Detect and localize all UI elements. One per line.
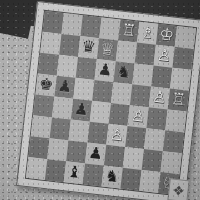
square-d4[interactable] [90,101,111,124]
square-g2[interactable] [142,149,163,172]
square-g5[interactable]: ♙ [149,86,170,109]
piece-white-pawn[interactable]: ♙ [130,107,146,125]
chess-board[interactable]: ♖♗♔♛♕♙♟♞♚♟♙♖♟♙♙♟♝♞♘ ❖ [16,1,200,200]
square-g1[interactable] [139,170,160,193]
square-e5[interactable] [111,82,132,105]
square-a5[interactable]: ♚ [35,74,56,97]
piece-white-queen[interactable]: ♕ [100,40,116,58]
piece-white-pawn[interactable]: ♙ [151,88,167,106]
square-a1[interactable] [26,157,47,180]
square-h3[interactable] [163,130,184,153]
square-e8[interactable]: ♖ [118,20,139,43]
square-a7[interactable] [40,32,61,55]
square-d6[interactable]: ♟ [94,59,115,82]
square-g6[interactable] [151,66,172,89]
square-d1[interactable] [83,163,104,186]
square-a6[interactable] [38,53,59,76]
square-g4[interactable] [146,107,167,130]
square-e4[interactable] [109,103,130,126]
square-c6[interactable] [76,57,97,80]
board-frame-emblem-icon: ❖ [167,178,189,200]
square-d7[interactable]: ♕ [97,38,118,61]
piece-black-pawn[interactable]: ♟ [88,144,104,162]
square-f3[interactable] [125,126,146,149]
square-a4[interactable] [33,94,54,117]
piece-black-queen[interactable]: ♛ [81,38,97,56]
square-g8[interactable]: ♔ [156,24,177,47]
square-e6[interactable]: ♞ [113,61,134,84]
square-f8[interactable]: ♗ [137,22,158,45]
square-g3[interactable] [144,128,165,151]
photo-surface: ♖♗♔♛♕♙♟♞♚♟♙♖♟♙♙♟♝♞♘ ❖ [0,0,200,200]
square-d3[interactable] [87,122,108,145]
square-a3[interactable] [31,115,52,138]
piece-white-king[interactable]: ♔ [159,26,175,44]
square-b3[interactable] [50,117,71,140]
square-b4[interactable] [52,97,73,120]
piece-black-knight[interactable]: ♞ [104,167,120,185]
piece-black-pawn[interactable]: ♟ [97,61,113,79]
board-squares[interactable]: ♖♗♔♛♕♙♟♞♚♟♙♖♟♙♙♟♝♞♘ [25,10,197,196]
piece-black-knight[interactable]: ♞ [116,63,132,81]
square-a8[interactable] [43,11,64,34]
piece-white-pawn[interactable]: ♙ [109,126,125,144]
square-c4[interactable]: ♟ [71,99,92,122]
square-f7[interactable] [135,43,156,66]
piece-white-bishop[interactable]: ♗ [140,23,156,41]
square-d5[interactable] [92,80,113,103]
square-c3[interactable] [68,120,89,143]
square-f1[interactable] [120,168,141,191]
piece-white-pawn[interactable]: ♙ [156,46,172,64]
square-f4[interactable]: ♙ [128,105,149,128]
square-d2[interactable]: ♟ [85,143,106,166]
square-a2[interactable] [28,136,49,159]
square-e3[interactable]: ♙ [106,124,127,147]
square-h7[interactable] [172,47,193,70]
square-h6[interactable] [170,68,191,91]
square-c2[interactable] [66,140,87,163]
piece-black-pawn[interactable]: ♟ [57,77,73,95]
square-h8[interactable] [175,26,196,49]
square-b6[interactable] [57,55,78,78]
piece-black-pawn[interactable]: ♟ [74,100,90,118]
square-e2[interactable] [104,145,125,168]
square-b7[interactable] [59,34,80,57]
square-c7[interactable]: ♛ [78,36,99,59]
piece-white-rook[interactable]: ♖ [121,21,137,39]
square-c8[interactable] [80,15,101,38]
square-c1[interactable]: ♝ [64,161,85,184]
square-c5[interactable] [73,78,94,101]
square-e7[interactable] [116,40,137,63]
square-f6[interactable] [132,63,153,86]
square-h4[interactable] [165,109,186,132]
square-b8[interactable] [61,13,82,36]
piece-black-bishop[interactable]: ♝ [66,163,82,181]
piece-white-rook[interactable]: ♖ [170,90,186,108]
square-f5[interactable] [130,84,151,107]
square-b2[interactable] [47,138,68,161]
square-g7[interactable]: ♙ [154,45,175,68]
square-e1[interactable]: ♞ [101,166,122,189]
square-b5[interactable]: ♟ [54,76,75,99]
square-d8[interactable] [99,17,120,40]
square-f2[interactable] [123,147,144,170]
square-b1[interactable] [45,159,66,182]
square-h2[interactable] [161,151,182,174]
square-h5[interactable]: ♖ [168,89,189,112]
piece-black-king[interactable]: ♚ [38,75,54,93]
